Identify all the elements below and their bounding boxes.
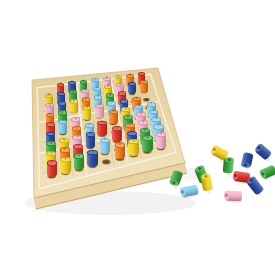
peg-number: 7	[104, 138, 106, 142]
peg-number: 3	[76, 136, 78, 140]
loose-peg-end-face	[224, 157, 233, 162]
loose-peg-end-face	[201, 173, 211, 179]
peg-top-face: 7	[93, 87, 101, 91]
peg-top-face: 4	[106, 93, 114, 97]
peg-number: 4	[61, 111, 63, 115]
peg-number: 6	[85, 98, 87, 102]
peg-top-face: 4	[80, 80, 88, 84]
peg-number: 1	[131, 82, 133, 86]
peg-number: 1	[71, 81, 73, 85]
peg-number: 6	[119, 143, 121, 147]
peg-number: 2	[59, 83, 61, 87]
peg-number: 7	[137, 105, 139, 109]
peg-number: 2	[116, 127, 118, 131]
peg-top-face: 7	[151, 117, 161, 122]
peg-top-face: 3	[136, 112, 146, 117]
peg-number: 2	[51, 161, 53, 165]
peg-number: 6	[135, 97, 137, 101]
peg-top-face: 5	[45, 94, 53, 98]
peg-number: 4	[83, 80, 85, 84]
peg-top-face: 1	[120, 99, 129, 104]
sudoku-board	[0, 0, 275, 275]
peg-top-face: 3	[81, 89, 89, 93]
peg-number: 7	[97, 96, 99, 100]
peg-number: 5	[64, 158, 66, 162]
peg-top-face: 4	[74, 153, 85, 159]
peg-top-face: 6	[60, 147, 70, 152]
peg-number: 1	[123, 100, 125, 104]
peg-top-face: 4	[123, 115, 133, 120]
loose-peg-end-face	[232, 171, 238, 180]
peg-number: 2	[140, 73, 142, 77]
peg-number: 6	[75, 127, 77, 131]
peg-top-face: 3	[71, 117, 80, 122]
empty-hole[interactable]	[102, 159, 111, 164]
peg-number: 3	[106, 77, 108, 81]
peg-number: 2	[49, 123, 51, 127]
peg-number: 7	[62, 120, 64, 124]
peg-number: 3	[140, 113, 142, 117]
peg-top-face: 1	[128, 82, 136, 86]
peg-top-face: 4	[58, 110, 67, 115]
peg-top-face: 7	[107, 101, 116, 106]
peg-number: 6	[129, 74, 131, 78]
peg-top-face: 7	[153, 124, 163, 129]
peg-number: 4	[127, 116, 129, 120]
peg-top-face: 3	[103, 77, 111, 81]
peg-top-face: 6	[125, 123, 135, 128]
peg-number: 2	[121, 92, 123, 96]
loose-peg-green[interactable]	[223, 158, 234, 174]
peg-number: 5	[117, 76, 119, 80]
peg-number: 6	[49, 113, 51, 117]
peg-number: 1	[92, 151, 94, 155]
loose-peg-pink[interactable]	[224, 191, 241, 201]
peg-number: 1	[60, 92, 62, 96]
peg-number: 6	[143, 80, 145, 84]
peg-number: 4	[109, 94, 111, 98]
peg-number: 7	[150, 103, 152, 107]
peg-top-face: 7	[147, 102, 156, 107]
peg-top-face: 2	[46, 122, 55, 127]
peg-number: 7	[95, 87, 97, 91]
peg-top-face: 6	[72, 126, 82, 131]
peg-number: 3	[160, 133, 162, 137]
peg-number: 7	[88, 124, 90, 128]
peg-top-face: 6	[115, 142, 126, 148]
peg-number: 6	[129, 124, 131, 128]
peg-number: 7	[94, 79, 96, 83]
peg-number: 5	[86, 106, 88, 110]
peg-number: 1	[89, 133, 91, 137]
peg-number: 7	[157, 125, 159, 129]
peg-number: 7	[153, 110, 155, 114]
peg-top-face: 5	[60, 157, 71, 163]
peg-top-face: 4	[140, 128, 150, 133]
loose-peg-end-face	[223, 191, 228, 200]
peg-top-face: 4	[142, 135, 153, 141]
peg-number: 3	[84, 89, 86, 93]
peg-top-face: 1	[87, 150, 98, 156]
peg-number: 4	[72, 91, 74, 95]
peg-number: 3	[119, 84, 121, 88]
peg-number: 5	[125, 108, 127, 112]
peg-number: 6	[112, 110, 114, 114]
peg-number: 5	[132, 140, 134, 144]
peg-top-face: 5	[70, 99, 78, 103]
peg-top-face: 3	[138, 120, 148, 125]
peg-number: 6	[64, 148, 66, 152]
peg-number: 2	[77, 145, 79, 149]
peg-number: 5	[107, 85, 109, 89]
peg-number: 5	[73, 100, 75, 104]
peg-number: 4	[50, 142, 52, 146]
product-photo-scene: 2147356251437531631567426453716273657716…	[0, 0, 275, 275]
peg-top-face: 6	[140, 80, 148, 84]
peg-number: 1	[50, 132, 52, 136]
peg-number: 3	[74, 118, 76, 122]
peg-number: 3	[98, 104, 100, 108]
peg-number: 1	[61, 102, 63, 106]
empty-hole[interactable]	[143, 98, 150, 102]
peg-number: 1	[131, 132, 133, 136]
peg-number: 5	[50, 152, 52, 156]
peg-top-face: 3	[95, 104, 104, 109]
peg-number: 4	[78, 154, 80, 158]
peg-number: 5	[48, 94, 50, 98]
peg-top-face: 6	[82, 97, 90, 101]
peg-number: 7	[155, 118, 157, 122]
peg-top-face: 6	[126, 74, 134, 78]
peg-number: 3	[48, 104, 50, 108]
peg-top-face: 7	[94, 95, 102, 99]
peg-number: 2	[101, 121, 103, 125]
peg-number: 5	[63, 139, 65, 143]
peg-number: 4	[146, 136, 148, 140]
peg-top-face: 2	[47, 160, 58, 166]
peg-top-face: 2	[112, 126, 122, 131]
peg-number: 3	[142, 121, 144, 125]
peg-top-face: 2	[118, 91, 126, 95]
peg-top-face: 2	[57, 83, 65, 87]
peg-top-face: 1	[58, 101, 66, 105]
peg-number: 4	[144, 129, 146, 133]
peg-top-face: 7	[100, 138, 110, 143]
peg-number: 7	[111, 102, 113, 106]
